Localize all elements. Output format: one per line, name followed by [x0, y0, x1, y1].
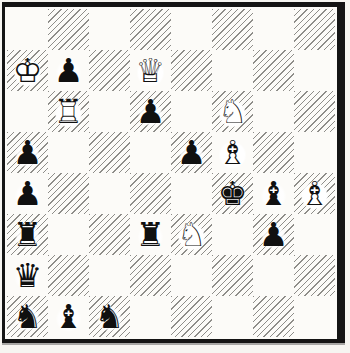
- square-b1: ♝: [48, 296, 89, 337]
- black-bishop-piece: ♝: [253, 173, 294, 214]
- square-h4: ♗: [294, 173, 335, 214]
- square-g7: [253, 50, 294, 91]
- black-pawn-piece: ♟: [171, 132, 212, 173]
- square-e6: [171, 91, 212, 132]
- square-f2: [212, 255, 253, 296]
- square-b4: [48, 173, 89, 214]
- square-c7: [89, 50, 130, 91]
- square-a7: ♔: [7, 50, 48, 91]
- chessboard: ♔♟♕♖♟♘♟♟♗♟♚♝♗♜♜♘♟♛♞♝♞: [7, 9, 335, 337]
- square-b6: ♖: [48, 91, 89, 132]
- square-h7: [294, 50, 335, 91]
- square-e1: [171, 296, 212, 337]
- square-h5: [294, 132, 335, 173]
- square-g5: [253, 132, 294, 173]
- square-f8: [212, 9, 253, 50]
- white-knight-piece: ♘: [171, 214, 212, 255]
- square-g4: ♝: [253, 173, 294, 214]
- square-f3: [212, 214, 253, 255]
- square-a3: ♜: [7, 214, 48, 255]
- square-e7: [171, 50, 212, 91]
- white-rook-piece: ♖: [48, 91, 89, 132]
- black-rook-piece: ♜: [7, 214, 48, 255]
- square-c3: [89, 214, 130, 255]
- black-queen-piece: ♛: [7, 255, 48, 296]
- white-knight-piece: ♘: [212, 91, 253, 132]
- white-king-piece: ♔: [7, 50, 48, 91]
- square-c4: [89, 173, 130, 214]
- black-pawn-piece: ♟: [48, 50, 89, 91]
- scanned-chess-diagram: ♔♟♕♖♟♘♟♟♗♟♚♝♗♜♜♘♟♛♞♝♞: [0, 0, 350, 353]
- square-g2: [253, 255, 294, 296]
- square-d8: [130, 9, 171, 50]
- square-d4: [130, 173, 171, 214]
- black-pawn-piece: ♟: [7, 132, 48, 173]
- square-c2: [89, 255, 130, 296]
- square-f6: ♘: [212, 91, 253, 132]
- square-a1: ♞: [7, 296, 48, 337]
- square-h2: [294, 255, 335, 296]
- square-d7: ♕: [130, 50, 171, 91]
- square-h8: [294, 9, 335, 50]
- chessboard-frame: ♔♟♕♖♟♘♟♟♗♟♚♝♗♜♜♘♟♛♞♝♞: [2, 2, 345, 343]
- square-d1: [130, 296, 171, 337]
- square-b3: [48, 214, 89, 255]
- white-queen-piece: ♕: [130, 50, 171, 91]
- square-d3: ♜: [130, 214, 171, 255]
- square-b8: [48, 9, 89, 50]
- square-g6: [253, 91, 294, 132]
- square-b7: ♟: [48, 50, 89, 91]
- square-h1: [294, 296, 335, 337]
- square-b2: [48, 255, 89, 296]
- square-c5: [89, 132, 130, 173]
- square-a8: [7, 9, 48, 50]
- black-knight-piece: ♞: [7, 296, 48, 337]
- square-g8: [253, 9, 294, 50]
- square-c8: [89, 9, 130, 50]
- white-bishop-piece: ♗: [294, 173, 335, 214]
- square-g3: ♟: [253, 214, 294, 255]
- black-knight-piece: ♞: [89, 296, 130, 337]
- black-pawn-piece: ♟: [7, 173, 48, 214]
- square-f5: ♗: [212, 132, 253, 173]
- square-a2: ♛: [7, 255, 48, 296]
- square-c1: ♞: [89, 296, 130, 337]
- square-e8: [171, 9, 212, 50]
- black-pawn-piece: ♟: [130, 91, 171, 132]
- square-g1: [253, 296, 294, 337]
- square-a6: [7, 91, 48, 132]
- square-e4: [171, 173, 212, 214]
- square-b5: [48, 132, 89, 173]
- square-e5: ♟: [171, 132, 212, 173]
- white-bishop-piece: ♗: [212, 132, 253, 173]
- square-f4: ♚: [212, 173, 253, 214]
- black-pawn-piece: ♟: [253, 214, 294, 255]
- square-f1: [212, 296, 253, 337]
- black-rook-piece: ♜: [130, 214, 171, 255]
- square-h3: [294, 214, 335, 255]
- square-e3: ♘: [171, 214, 212, 255]
- square-e2: [171, 255, 212, 296]
- square-d5: [130, 132, 171, 173]
- square-f7: [212, 50, 253, 91]
- square-d6: ♟: [130, 91, 171, 132]
- square-d2: [130, 255, 171, 296]
- square-c6: [89, 91, 130, 132]
- square-h6: [294, 91, 335, 132]
- square-a4: ♟: [7, 173, 48, 214]
- black-king-piece: ♚: [212, 173, 253, 214]
- black-bishop-piece: ♝: [48, 296, 89, 337]
- square-a5: ♟: [7, 132, 48, 173]
